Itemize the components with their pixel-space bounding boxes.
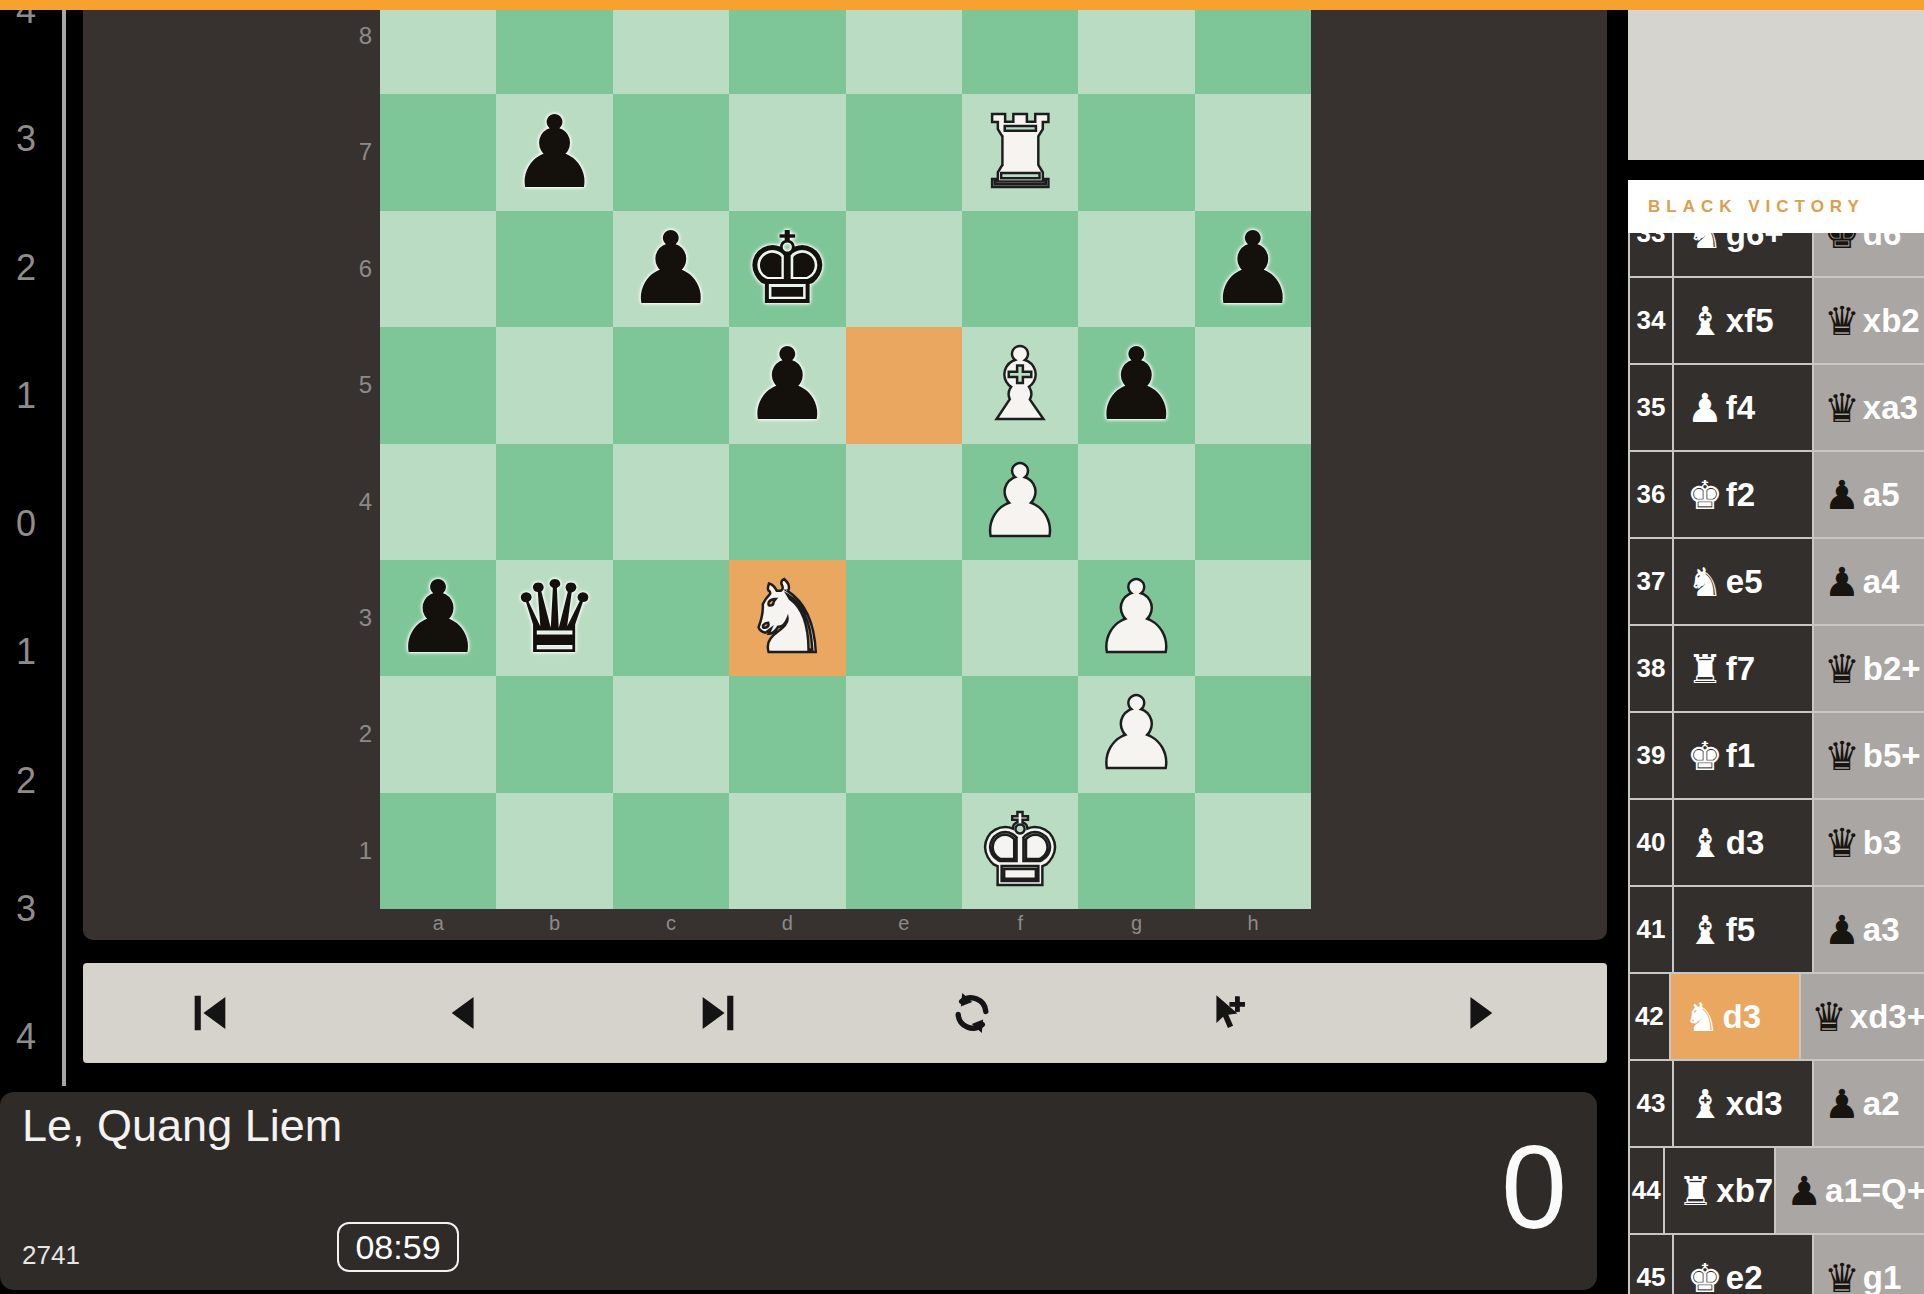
square-f3[interactable] [962,560,1078,676]
black-move-40[interactable]: ♛b3 [1814,800,1924,885]
result-banner: BLACK VICTORY [1628,180,1924,233]
black-move-43[interactable]: ♟a2 [1814,1061,1924,1146]
square-g5[interactable]: ♟ [1078,327,1194,443]
move-text: f5 [1726,911,1755,949]
eval-scale-number: 4 [0,1016,52,1058]
move-number: 41 [1630,887,1672,972]
file-label-b: b [535,908,575,938]
square-g8[interactable] [1078,0,1194,94]
square-b1[interactable] [496,793,612,909]
move-number: 38 [1630,626,1672,711]
black-move-34[interactable]: ♛xb2 [1814,278,1924,363]
eval-scale-number: 2 [0,760,52,802]
chess-board: ♟♜♟♚♟♟♝♟♟♟♛♞♟♟♚ [380,0,1311,909]
white-pawn: ♟ [975,452,1065,552]
white-piece-icon: ♚ [1687,1258,1723,1294]
eval-scale-number: 0 [0,503,52,545]
white-piece-icon: ♝ [1687,301,1723,341]
file-label-g: g [1117,908,1157,938]
black-piece-icon: ♛ [1824,736,1860,776]
move-row-34: 34♝xf5♛xb2 [1630,278,1924,363]
square-c8[interactable] [613,0,729,94]
last-move-icon [695,990,741,1036]
black-piece-icon: ♟ [1824,1084,1860,1124]
white-move-41[interactable]: ♝f5 [1674,887,1812,972]
move-text: a5 [1863,476,1900,514]
black-piece-icon: ♛ [1824,649,1860,689]
white-piece-icon: ♞ [1684,997,1720,1037]
first-move-button[interactable] [135,978,285,1048]
white-king: ♚ [975,801,1065,901]
white-piece-icon: ♞ [1687,562,1723,602]
black-piece-icon: ♟ [1824,475,1860,515]
white-piece-icon: ♟ [1687,388,1723,428]
black-pawn: ♟ [626,219,716,319]
white-pawn: ♟ [1092,568,1182,668]
white-move-34[interactable]: ♝xf5 [1674,278,1812,363]
rank-label-5: 5 [332,371,372,399]
square-d8[interactable] [729,0,845,94]
square-b3[interactable]: ♛ [496,560,612,676]
white-move-36[interactable]: ♚f2 [1674,452,1812,537]
white-move-40[interactable]: ♝d3 [1674,800,1812,885]
square-a5[interactable] [380,327,496,443]
eval-scale-number: 3 [0,118,52,160]
square-e4[interactable] [846,444,962,560]
square-f7[interactable]: ♜ [962,94,1078,210]
move-text: b2+ [1863,650,1921,688]
rank-label-8: 8 [332,22,372,50]
square-f8[interactable] [962,0,1078,94]
square-e2[interactable] [846,676,962,792]
black-piece-icon: ♟ [1824,910,1860,950]
move-row-43: 43♝xd3♟a2 [1630,1061,1924,1146]
player-panel: Le, Quang Liem 2741 08:59 0 [0,1092,1597,1290]
move-row-42: 42♞d3♛xd3+ [1630,974,1924,1059]
flip-board-button[interactable] [897,978,1047,1048]
move-text: f1 [1726,737,1755,775]
square-h7[interactable] [1195,94,1311,210]
move-row-41: 41♝f5♟a3 [1630,887,1924,972]
move-number: 36 [1630,452,1672,537]
square-b5[interactable] [496,327,612,443]
move-row-45: 45♚e2♛g1 [1630,1235,1924,1294]
move-number: 34 [1630,278,1672,363]
white-piece-icon: ♝ [1687,823,1723,863]
first-move-icon [187,990,233,1036]
engine-move-button[interactable] [1151,978,1301,1048]
square-h4[interactable] [1195,444,1311,560]
black-pawn: ♟ [1092,335,1182,435]
move-number: 45 [1630,1235,1672,1294]
square-d1[interactable] [729,793,845,909]
square-e3[interactable] [846,560,962,676]
square-g1[interactable] [1078,793,1194,909]
black-move-38[interactable]: ♛b2+ [1814,626,1924,711]
prev-move-button[interactable] [389,978,539,1048]
square-e7[interactable] [846,94,962,210]
square-b4[interactable] [496,444,612,560]
square-g6[interactable] [1078,211,1194,327]
move-text: a4 [1863,563,1900,601]
square-b6[interactable] [496,211,612,327]
move-text: b5+ [1863,737,1921,775]
square-a4[interactable] [380,444,496,560]
file-label-a: a [418,908,458,938]
result-banner-text: BLACK VICTORY [1648,197,1865,217]
move-row-44: 44♜xb7♟a1=Q+ [1630,1148,1924,1233]
black-piece-icon: ♛ [1811,997,1847,1037]
flip-board-icon [949,990,995,1036]
move-number: 39 [1630,713,1672,798]
black-pawn: ♟ [1208,219,1298,319]
file-label-c: c [651,908,691,938]
square-b2[interactable] [496,676,612,792]
black-pawn: ♟ [742,335,832,435]
move-text: a3 [1863,911,1900,949]
white-move-45[interactable]: ♚e2 [1674,1235,1812,1294]
move-text: xf5 [1726,302,1774,340]
file-label-e: e [884,908,924,938]
white-piece-icon: ♚ [1687,736,1723,776]
move-row-39: 39♚f1♛b5+ [1630,713,1924,798]
black-pawn: ♟ [510,103,600,203]
player-name: Le, Quang Liem [22,1100,342,1152]
move-row-37: 37♞e5♟a4 [1630,539,1924,624]
square-h1[interactable] [1195,793,1311,909]
square-d2[interactable] [729,676,845,792]
player-clock: 08:59 [337,1222,459,1272]
square-a2[interactable] [380,676,496,792]
square-f1[interactable]: ♚ [962,793,1078,909]
move-row-36: 36♚f2♟a5 [1630,452,1924,537]
white-move-44[interactable]: ♜xb7 [1665,1148,1775,1233]
move-text: d3 [1726,824,1765,862]
game-navigation-bar [83,963,1607,1063]
square-g3[interactable]: ♟ [1078,560,1194,676]
eval-bar-line [62,0,66,1086]
white-piece-icon: ♚ [1687,475,1723,515]
black-move-41[interactable]: ♟a3 [1814,887,1924,972]
square-e8[interactable] [846,0,962,94]
move-text: f4 [1726,389,1755,427]
black-piece-icon: ♛ [1824,388,1860,428]
black-piece-icon: ♟ [1824,562,1860,602]
square-b8[interactable] [496,0,612,94]
move-text: f7 [1726,650,1755,688]
black-piece-icon: ♛ [1824,301,1860,341]
white-piece-icon: ♜ [1687,649,1723,689]
square-d5[interactable]: ♟ [729,327,845,443]
black-pawn: ♟ [393,568,483,668]
move-text: xb7 [1716,1172,1773,1210]
white-bishop: ♝ [975,335,1065,435]
file-label-d: d [767,908,807,938]
white-move-38[interactable]: ♜f7 [1674,626,1812,711]
square-c7[interactable] [613,94,729,210]
square-d7[interactable] [729,94,845,210]
last-move-button[interactable] [643,978,793,1048]
next-move-icon [1457,990,1503,1036]
move-text: xd3 [1726,1085,1783,1123]
square-b7[interactable]: ♟ [496,94,612,210]
square-f2[interactable] [962,676,1078,792]
square-c6[interactable]: ♟ [613,211,729,327]
move-text: g1 [1863,1259,1902,1294]
right-panel-top-block [1628,10,1924,160]
move-number: 44 [1630,1148,1663,1233]
white-piece-icon: ♝ [1687,1084,1723,1124]
square-e6[interactable] [846,211,962,327]
black-move-44[interactable]: ♟a1=Q+ [1776,1148,1924,1233]
move-number: 43 [1630,1061,1672,1146]
square-c2[interactable] [613,676,729,792]
square-e1[interactable] [846,793,962,909]
white-move-39[interactable]: ♚f1 [1674,713,1812,798]
square-a3[interactable]: ♟ [380,560,496,676]
white-knight: ♞ [742,568,832,668]
square-h8[interactable] [1195,0,1311,94]
file-label-f: f [1000,908,1040,938]
square-a7[interactable] [380,94,496,210]
square-c4[interactable] [613,444,729,560]
move-number: 35 [1630,365,1672,450]
move-text: a2 [1863,1085,1900,1123]
square-g7[interactable] [1078,94,1194,210]
player-rating: 2741 [22,1240,80,1271]
next-move-button[interactable] [1405,978,1555,1048]
square-a1[interactable] [380,793,496,909]
square-c5[interactable] [613,327,729,443]
black-move-45[interactable]: ♛g1 [1814,1235,1924,1294]
move-list: 33♞g6+♚d634♝xf5♛xb235♟f4♛xa336♚f2♟a537♞e… [1628,191,1924,1294]
square-d6[interactable]: ♚ [729,211,845,327]
move-text: d3 [1723,998,1762,1036]
square-f5[interactable]: ♝ [962,327,1078,443]
square-f4[interactable]: ♟ [962,444,1078,560]
black-piece-icon: ♛ [1824,823,1860,863]
move-number: 42 [1630,974,1669,1059]
white-move-35[interactable]: ♟f4 [1674,365,1812,450]
move-text: e5 [1726,563,1763,601]
square-a8[interactable] [380,0,496,94]
black-move-36[interactable]: ♟a5 [1814,452,1924,537]
square-h2[interactable] [1195,676,1311,792]
white-pawn: ♟ [1092,684,1182,784]
white-piece-icon: ♝ [1687,910,1723,950]
move-row-38: 38♜f7♛b2+ [1630,626,1924,711]
engine-move-icon [1203,990,1249,1036]
square-a6[interactable] [380,211,496,327]
black-move-39[interactable]: ♛b5+ [1814,713,1924,798]
top-accent-bar [0,0,1924,10]
rank-label-7: 7 [332,138,372,166]
white-move-37[interactable]: ♞e5 [1674,539,1812,624]
eval-scale-number: 3 [0,888,52,930]
square-f6[interactable] [962,211,1078,327]
move-text: f2 [1726,476,1755,514]
square-c3[interactable] [613,560,729,676]
white-rook: ♜ [975,103,1065,203]
move-number: 40 [1630,800,1672,885]
rank-label-2: 2 [332,720,372,748]
board-container: ♟♜♟♚♟♟♝♟♟♟♛♞♟♟♚ 87654321abcdefgh [83,0,1607,940]
square-d4[interactable] [729,444,845,560]
square-c1[interactable] [613,793,729,909]
square-e5[interactable] [846,327,962,443]
black-queen: ♛ [510,568,600,668]
rank-label-1: 1 [332,837,372,865]
square-g4[interactable] [1078,444,1194,560]
white-piece-icon: ♜ [1678,1171,1714,1211]
black-move-37[interactable]: ♟a4 [1814,539,1924,624]
rank-label-6: 6 [332,255,372,283]
eval-bar-scale: 432101234 [0,0,80,1092]
move-row-35: 35♟f4♛xa3 [1630,365,1924,450]
move-text: xa3 [1863,389,1918,427]
rank-label-4: 4 [332,488,372,516]
black-king: ♚ [742,219,832,319]
white-move-42[interactable]: ♞d3 [1671,974,1799,1059]
square-h5[interactable] [1195,327,1311,443]
square-d3[interactable]: ♞ [729,560,845,676]
prev-move-icon [441,990,487,1036]
file-label-h: h [1233,908,1273,938]
square-h3[interactable] [1195,560,1311,676]
move-number: 37 [1630,539,1672,624]
black-move-35[interactable]: ♛xa3 [1814,365,1924,450]
eval-scale-number: 1 [0,631,52,673]
player-score: 0 [1501,1128,1567,1246]
white-move-43[interactable]: ♝xd3 [1674,1061,1812,1146]
eval-scale-number: 1 [0,375,52,417]
square-g2[interactable]: ♟ [1078,676,1194,792]
move-text: e2 [1726,1259,1763,1294]
move-row-40: 40♝d3♛b3 [1630,800,1924,885]
move-text: xb2 [1863,302,1920,340]
move-text: b3 [1863,824,1902,862]
move-text: a1=Q+ [1825,1172,1924,1210]
black-piece-icon: ♟ [1786,1171,1822,1211]
black-move-42[interactable]: ♛xd3+ [1801,974,1924,1059]
rank-label-3: 3 [332,604,372,632]
square-h6[interactable]: ♟ [1195,211,1311,327]
eval-scale-number: 2 [0,247,52,289]
move-text: xd3+ [1850,998,1924,1036]
black-piece-icon: ♛ [1824,1258,1860,1294]
